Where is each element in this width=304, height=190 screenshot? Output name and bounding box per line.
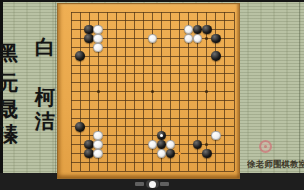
grid-line (179, 12, 180, 171)
stone-white (93, 43, 102, 52)
watermark-text: 徐老师围棋教室 (247, 159, 304, 170)
tatami-seam (299, 0, 300, 173)
stone-black (193, 25, 202, 34)
stone-white (184, 25, 193, 34)
stone-black (193, 140, 202, 149)
stone-black (84, 140, 93, 149)
watermark-stamp-icon (259, 140, 272, 153)
player-label-black: 黑 (0, 43, 18, 63)
stone-black (211, 34, 220, 43)
stone-black (202, 149, 211, 158)
player-label-black: 溱 (0, 124, 18, 144)
stone-black (157, 140, 166, 149)
player-label-white: 柯 (35, 87, 55, 107)
grid-line (71, 118, 234, 119)
bar-label-right (160, 182, 169, 186)
star-point (97, 90, 100, 93)
star-point (205, 37, 208, 40)
stone-black (202, 25, 211, 34)
stone-white (93, 34, 102, 43)
toggle-knob-icon (149, 181, 156, 188)
player-label-white: 白 (35, 37, 55, 57)
stone-white (148, 34, 157, 43)
stone-white (193, 34, 202, 43)
star-point (205, 90, 208, 93)
last-move-marker-icon (160, 134, 163, 137)
grid-line (71, 171, 234, 172)
stone-black (84, 149, 93, 158)
grid-line (71, 162, 234, 163)
toggle-switch[interactable] (146, 180, 159, 188)
grid-line (224, 12, 225, 171)
player-label-black: 晟 (0, 99, 18, 119)
grid-line (71, 109, 234, 110)
top-border (0, 0, 304, 2)
star-point (151, 90, 154, 93)
stone-black (84, 25, 93, 34)
stone-black (211, 51, 220, 60)
grid-line (71, 126, 234, 127)
stone-white (166, 140, 175, 149)
stone-black (157, 131, 166, 140)
grid-line (234, 12, 235, 171)
grid-line (71, 100, 234, 101)
stone-white (93, 140, 102, 149)
stone-black (166, 149, 175, 158)
orange-square-marker-icon (178, 152, 181, 155)
video-frame: 黑元晟溱白柯洁 徐老师围棋教室 (0, 0, 304, 190)
stone-white (93, 149, 102, 158)
go-board (57, 3, 240, 179)
stone-black (84, 34, 93, 43)
bar-label-left (135, 182, 144, 186)
stone-black (75, 122, 84, 131)
stone-white (93, 131, 102, 140)
tatami-seam (55, 0, 56, 173)
player-label-white: 洁 (35, 111, 55, 131)
stone-white (148, 140, 157, 149)
stone-black (75, 51, 84, 60)
player-label-black: 元 (0, 73, 18, 93)
stone-white (93, 25, 102, 34)
stone-white (184, 34, 193, 43)
star-point (205, 143, 208, 146)
stone-white (157, 149, 166, 158)
stone-white (211, 131, 220, 140)
